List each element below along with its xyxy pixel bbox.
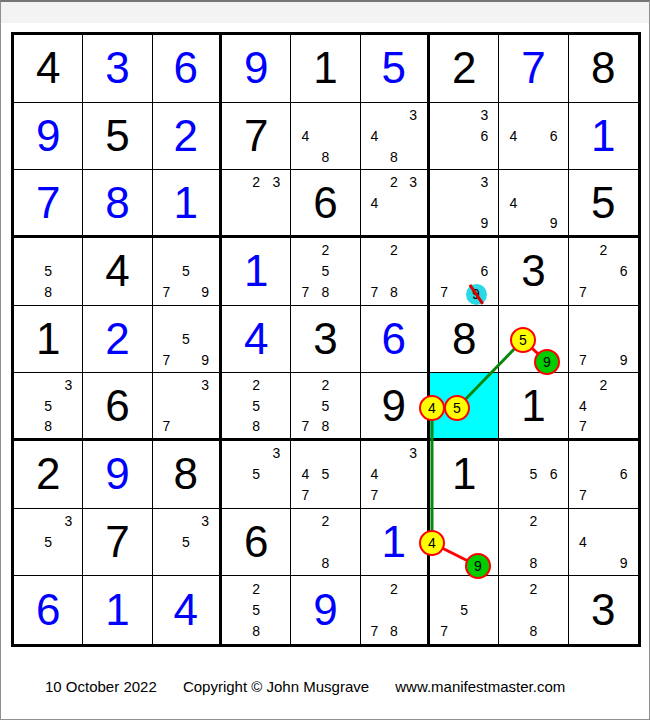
- candidate-empty-slot: [434, 416, 454, 436]
- candidate-empty-slot: [544, 600, 564, 621]
- cell-r1c2: 3: [83, 35, 152, 103]
- candidate-empty-slot: [18, 532, 38, 553]
- candidate-empty-slot: [523, 172, 543, 192]
- candidate-digit: 6: [614, 261, 634, 282]
- candidate-empty-slot: [593, 282, 613, 303]
- candidate-empty-slot: [454, 146, 474, 167]
- pencil-marks: 35: [222, 441, 290, 508]
- candidate-empty-slot: [593, 261, 613, 282]
- candidate-empty-slot: [246, 485, 266, 506]
- cell-r7c8: 56: [499, 441, 568, 509]
- candidate-empty-slot: [157, 240, 176, 261]
- candidate-empty-slot: [176, 349, 195, 370]
- candidate-digit: 4: [365, 193, 384, 213]
- candidate-digit: 7: [573, 416, 593, 436]
- cell-r5c8: [499, 306, 568, 374]
- candidate-empty-slot: [474, 375, 494, 395]
- candidate-empty-slot: [474, 193, 494, 213]
- pencil-marks: 35: [153, 509, 219, 576]
- solved-digit: 1: [174, 181, 198, 225]
- cell-r3c8: 49: [499, 170, 568, 238]
- candidate-digit: 2: [523, 578, 543, 599]
- cell-r3c2: 8: [83, 170, 152, 238]
- cell-r5c2: 2: [83, 306, 152, 374]
- pencil-marks: 358: [14, 373, 82, 438]
- candidate-empty-slot: [573, 308, 593, 329]
- given-digit: 1: [313, 46, 337, 90]
- candidate-empty-slot: [266, 375, 286, 395]
- candidate-empty-slot: [58, 261, 78, 282]
- candidate-empty-slot: [503, 621, 523, 642]
- cell-r4c4: 1: [222, 238, 291, 306]
- candidate-empty-slot: [474, 511, 494, 532]
- candidate-empty-slot: [295, 532, 315, 553]
- solved-digit: 9: [313, 588, 337, 632]
- candidate-empty-slot: [434, 172, 454, 192]
- candidate-digit: 3: [474, 172, 494, 192]
- candidate-empty-slot: [593, 511, 613, 532]
- cell-r4c3: 579: [153, 238, 222, 306]
- candidate-digit: 7: [157, 349, 176, 370]
- given-digit: 2: [452, 46, 476, 90]
- candidate-empty-slot: [336, 282, 356, 303]
- candidate-empty-slot: [336, 416, 356, 436]
- candidate-empty-slot: [176, 396, 195, 416]
- cell-r6c9: 247: [569, 373, 638, 441]
- candidate-digit: 4: [503, 126, 523, 147]
- pencil-marks: 46: [499, 103, 567, 170]
- pencil-marks: 67: [430, 238, 498, 305]
- pencil-marks: [499, 306, 567, 373]
- cell-r1c9: 8: [569, 35, 638, 103]
- pencil-marks: 79: [569, 306, 638, 373]
- candidate-digit: 4: [365, 126, 384, 147]
- candidate-empty-slot: [544, 308, 564, 329]
- solved-digit: 1: [105, 588, 129, 632]
- candidate-empty-slot: [226, 213, 246, 233]
- candidate-digit: 6: [474, 261, 494, 282]
- candidate-empty-slot: [157, 532, 176, 553]
- candidate-empty-slot: [196, 552, 215, 573]
- candidate-empty-slot: [384, 126, 403, 147]
- pencil-marks: [430, 373, 498, 438]
- candidate-digit: 2: [523, 511, 543, 532]
- candidate-digit: 2: [384, 240, 403, 261]
- cell-r6c8: 1: [499, 373, 568, 441]
- solved-digit: 1: [382, 520, 406, 564]
- candidate-empty-slot: [266, 416, 286, 436]
- candidate-digit: 3: [474, 105, 494, 126]
- candidate-empty-slot: [544, 511, 564, 532]
- candidate-empty-slot: [503, 213, 523, 233]
- candidate-digit: 4: [573, 396, 593, 416]
- candidate-empty-slot: [295, 240, 315, 261]
- candidate-empty-slot: [523, 126, 543, 147]
- candidate-empty-slot: [295, 396, 315, 416]
- pencil-marks: 36: [430, 103, 498, 170]
- candidate-empty-slot: [157, 308, 176, 329]
- candidate-digit: 3: [404, 105, 423, 126]
- candidate-digit: 2: [246, 375, 266, 395]
- candidate-digit: 5: [38, 532, 58, 553]
- pencil-marks: 267: [569, 238, 638, 305]
- candidate-empty-slot: [544, 329, 564, 350]
- given-digit: 3: [591, 588, 615, 632]
- candidate-empty-slot: [266, 578, 286, 599]
- cell-r3c4: 23: [222, 170, 291, 238]
- candidate-empty-slot: [434, 600, 454, 621]
- candidate-empty-slot: [503, 511, 523, 532]
- candidate-digit: 8: [523, 552, 543, 573]
- candidate-empty-slot: [246, 193, 266, 213]
- cell-r4c5: 2578: [291, 238, 360, 306]
- cell-r1c4: 9: [222, 35, 291, 103]
- footer-website: www.manifestmaster.com: [395, 678, 565, 695]
- cell-r3c3: 1: [153, 170, 222, 238]
- candidate-empty-slot: [593, 485, 613, 506]
- candidate-digit: 9: [196, 349, 215, 370]
- candidate-digit: 3: [266, 172, 286, 192]
- cell-r2c4: 7: [222, 103, 291, 171]
- candidate-digit: 8: [315, 146, 335, 167]
- candidate-empty-slot: [544, 349, 564, 370]
- candidate-digit: 8: [38, 416, 58, 436]
- pencil-marks: 234: [361, 170, 427, 235]
- given-digit: 6: [313, 181, 337, 225]
- candidate-empty-slot: [454, 282, 474, 303]
- candidate-empty-slot: [38, 240, 58, 261]
- candidate-digit: 8: [315, 416, 335, 436]
- candidate-empty-slot: [404, 485, 423, 506]
- candidate-digit: 2: [246, 172, 266, 192]
- candidate-empty-slot: [226, 600, 246, 621]
- candidate-empty-slot: [176, 511, 195, 532]
- candidate-empty-slot: [365, 443, 384, 464]
- solved-digit: 9: [36, 114, 60, 158]
- candidate-empty-slot: [226, 396, 246, 416]
- candidate-empty-slot: [336, 126, 356, 147]
- candidate-empty-slot: [18, 282, 38, 303]
- candidate-empty-slot: [614, 282, 634, 303]
- candidate-empty-slot: [404, 213, 423, 233]
- candidate-empty-slot: [474, 621, 494, 642]
- given-digit: 3: [313, 317, 337, 361]
- candidate-empty-slot: [434, 511, 454, 532]
- cell-r3c7: 39: [430, 170, 499, 238]
- candidate-empty-slot: [315, 485, 335, 506]
- solved-digit: 7: [36, 181, 60, 225]
- candidate-empty-slot: [454, 105, 474, 126]
- candidate-empty-slot: [226, 375, 246, 395]
- candidate-empty-slot: [58, 532, 78, 553]
- candidate-digit: 5: [523, 464, 543, 485]
- cell-r7c5: 457: [291, 441, 360, 509]
- candidate-digit: 8: [315, 282, 335, 303]
- candidate-empty-slot: [246, 443, 266, 464]
- candidate-empty-slot: [573, 240, 593, 261]
- candidate-empty-slot: [365, 578, 384, 599]
- candidate-empty-slot: [295, 146, 315, 167]
- pencil-marks: 48: [291, 103, 359, 170]
- candidate-empty-slot: [503, 600, 523, 621]
- candidate-empty-slot: [544, 621, 564, 642]
- candidate-digit: 3: [266, 443, 286, 464]
- candidate-empty-slot: [593, 349, 613, 370]
- cell-r5c1: 1: [14, 306, 83, 374]
- candidate-empty-slot: [434, 146, 454, 167]
- candidate-empty-slot: [593, 464, 613, 485]
- candidate-digit: 5: [38, 261, 58, 282]
- given-digit: 6: [105, 384, 129, 428]
- cell-r7c4: 35: [222, 441, 291, 509]
- given-digit: 1: [452, 452, 476, 496]
- cell-r5c9: 79: [569, 306, 638, 374]
- candidate-empty-slot: [365, 213, 384, 233]
- candidate-empty-slot: [523, 532, 543, 553]
- candidate-empty-slot: [18, 552, 38, 573]
- candidate-digit: 7: [295, 416, 315, 436]
- candidate-empty-slot: [434, 532, 454, 553]
- candidate-empty-slot: [503, 532, 523, 553]
- cell-r3c5: 6: [291, 170, 360, 238]
- given-digit: 7: [105, 520, 129, 564]
- candidate-empty-slot: [434, 126, 454, 147]
- candidate-empty-slot: [58, 552, 78, 573]
- candidate-empty-slot: [384, 193, 403, 213]
- candidate-empty-slot: [544, 146, 564, 167]
- candidate-empty-slot: [266, 396, 286, 416]
- candidate-digit: 4: [573, 532, 593, 553]
- candidate-empty-slot: [176, 416, 195, 436]
- cell-r7c2: 9: [83, 441, 152, 509]
- cell-r4c1: 58: [14, 238, 83, 306]
- cell-r9c1: 6: [14, 576, 83, 644]
- candidate-empty-slot: [474, 532, 494, 553]
- candidate-empty-slot: [18, 375, 38, 395]
- candidate-empty-slot: [503, 146, 523, 167]
- pencil-marks: 67: [569, 441, 638, 508]
- candidate-digit: 8: [38, 282, 58, 303]
- candidate-empty-slot: [226, 578, 246, 599]
- given-digit: 8: [591, 46, 615, 90]
- candidate-digit: 2: [315, 240, 335, 261]
- cell-r7c1: 2: [14, 441, 83, 509]
- candidate-empty-slot: [336, 105, 356, 126]
- candidate-empty-slot: [503, 349, 523, 370]
- candidate-empty-slot: [434, 261, 454, 282]
- candidate-empty-slot: [38, 511, 58, 532]
- candidate-empty-slot: [295, 443, 315, 464]
- cell-r6c3: 37: [153, 373, 222, 441]
- candidate-digit: 5: [246, 600, 266, 621]
- candidate-digit: 3: [196, 511, 215, 532]
- cell-r2c8: 46: [499, 103, 568, 171]
- solved-digit: 4: [244, 317, 268, 361]
- cell-r8c3: 35: [153, 509, 222, 577]
- candidate-empty-slot: [196, 240, 215, 261]
- candidate-digit: 9: [196, 282, 215, 303]
- candidate-empty-slot: [474, 396, 494, 416]
- pencil-marks: 49: [569, 509, 638, 576]
- candidate-empty-slot: [404, 146, 423, 167]
- candidate-digit: 5: [176, 261, 195, 282]
- candidate-digit: 2: [593, 240, 613, 261]
- cell-r8c6: 1: [361, 509, 430, 577]
- cell-r9c4: 258: [222, 576, 291, 644]
- candidate-empty-slot: [614, 443, 634, 464]
- pencil-marks: 258: [222, 373, 290, 438]
- candidate-empty-slot: [503, 578, 523, 599]
- candidate-empty-slot: [196, 532, 215, 553]
- candidate-empty-slot: [544, 172, 564, 192]
- footer-date: 10 October 2022: [45, 678, 157, 695]
- given-digit: 6: [244, 520, 268, 564]
- candidate-empty-slot: [544, 443, 564, 464]
- given-digit: 4: [105, 249, 129, 293]
- candidate-empty-slot: [523, 213, 543, 233]
- candidate-empty-slot: [336, 261, 356, 282]
- candidate-empty-slot: [336, 240, 356, 261]
- candidate-digit: 2: [246, 578, 266, 599]
- cell-r5c4: 4: [222, 306, 291, 374]
- sudoku-page: 4369152789527483483646178123623439495584…: [0, 0, 650, 720]
- candidate-empty-slot: [196, 261, 215, 282]
- candidate-empty-slot: [404, 578, 423, 599]
- cell-r5c3: 579: [153, 306, 222, 374]
- pencil-marks: 28: [499, 509, 567, 576]
- candidate-empty-slot: [404, 600, 423, 621]
- candidate-empty-slot: [434, 213, 454, 233]
- candidate-empty-slot: [614, 329, 634, 350]
- solved-digit: 6: [174, 46, 198, 90]
- candidate-empty-slot: [523, 600, 543, 621]
- candidate-empty-slot: [614, 308, 634, 329]
- pencil-marks: 35: [14, 509, 82, 576]
- candidate-empty-slot: [474, 146, 494, 167]
- candidate-empty-slot: [544, 105, 564, 126]
- candidate-empty-slot: [573, 552, 593, 573]
- pencil-marks: 56: [499, 441, 567, 508]
- candidate-digit: 8: [384, 621, 403, 642]
- candidate-digit: 9: [474, 213, 494, 233]
- cell-r9c7: 57: [430, 576, 499, 644]
- candidate-empty-slot: [18, 396, 38, 416]
- candidate-digit: 6: [474, 126, 494, 147]
- candidate-empty-slot: [384, 464, 403, 485]
- pencil-marks: 39: [430, 170, 498, 235]
- candidate-empty-slot: [434, 578, 454, 599]
- candidate-empty-slot: [593, 532, 613, 553]
- candidate-empty-slot: [176, 308, 195, 329]
- candidate-empty-slot: [226, 172, 246, 192]
- cell-r6c7: [430, 373, 499, 441]
- candidate-empty-slot: [176, 282, 195, 303]
- candidate-empty-slot: [454, 172, 474, 192]
- pencil-marks: [430, 509, 498, 576]
- candidate-empty-slot: [593, 308, 613, 329]
- pencil-marks: 28: [499, 576, 567, 644]
- candidate-empty-slot: [315, 105, 335, 126]
- candidate-digit: 5: [454, 600, 474, 621]
- cell-r1c8: 7: [499, 35, 568, 103]
- candidate-empty-slot: [454, 213, 474, 233]
- candidate-empty-slot: [384, 105, 403, 126]
- candidate-digit: 7: [295, 485, 315, 506]
- candidate-empty-slot: [365, 240, 384, 261]
- candidate-digit: 9: [544, 213, 564, 233]
- cell-r9c9: 3: [569, 576, 638, 644]
- cell-r1c5: 1: [291, 35, 360, 103]
- candidate-digit: 7: [434, 282, 454, 303]
- candidate-empty-slot: [523, 485, 543, 506]
- solved-digit: 2: [174, 114, 198, 158]
- candidate-digit: 8: [384, 146, 403, 167]
- candidate-digit: 7: [365, 621, 384, 642]
- pencil-marks: 247: [569, 373, 638, 438]
- cell-r6c5: 2578: [291, 373, 360, 441]
- candidate-empty-slot: [614, 240, 634, 261]
- candidate-empty-slot: [404, 240, 423, 261]
- candidate-digit: 3: [196, 375, 215, 395]
- candidate-empty-slot: [58, 416, 78, 436]
- solved-digit: 8: [105, 181, 129, 225]
- candidate-empty-slot: [503, 172, 523, 192]
- candidate-empty-slot: [593, 416, 613, 436]
- cell-r2c5: 48: [291, 103, 360, 171]
- candidate-empty-slot: [266, 193, 286, 213]
- candidate-empty-slot: [573, 261, 593, 282]
- candidate-empty-slot: [573, 511, 593, 532]
- candidate-empty-slot: [157, 329, 176, 350]
- candidate-empty-slot: [315, 126, 335, 147]
- candidate-empty-slot: [434, 375, 454, 395]
- cell-r5c6: 6: [361, 306, 430, 374]
- pencil-marks: 23: [222, 170, 290, 235]
- candidate-digit: 4: [295, 464, 315, 485]
- candidate-empty-slot: [336, 146, 356, 167]
- given-digit: 1: [36, 317, 60, 361]
- cell-r9c6: 278: [361, 576, 430, 644]
- candidate-empty-slot: [266, 621, 286, 642]
- candidate-empty-slot: [336, 552, 356, 573]
- candidate-empty-slot: [474, 552, 494, 573]
- pencil-marks: 457: [291, 441, 359, 508]
- cell-r8c5: 28: [291, 509, 360, 577]
- candidate-empty-slot: [226, 443, 246, 464]
- cell-r9c3: 4: [153, 576, 222, 644]
- candidate-empty-slot: [523, 308, 543, 329]
- candidate-empty-slot: [503, 464, 523, 485]
- given-digit: 3: [521, 249, 545, 293]
- cell-r9c8: 28: [499, 576, 568, 644]
- candidate-empty-slot: [434, 552, 454, 573]
- cell-r8c2: 7: [83, 509, 152, 577]
- candidate-digit: 7: [295, 282, 315, 303]
- candidate-empty-slot: [336, 511, 356, 532]
- candidate-digit: 7: [157, 282, 176, 303]
- cell-r8c1: 35: [14, 509, 83, 577]
- candidate-digit: 7: [573, 349, 593, 370]
- cell-r2c9: 1: [569, 103, 638, 171]
- given-digit: 2: [36, 452, 60, 496]
- candidate-empty-slot: [573, 464, 593, 485]
- cell-r4c8: 3: [499, 238, 568, 306]
- candidate-empty-slot: [614, 485, 634, 506]
- candidate-digit: 7: [573, 485, 593, 506]
- candidate-empty-slot: [454, 511, 474, 532]
- candidate-empty-slot: [18, 416, 38, 436]
- candidate-empty-slot: [176, 375, 195, 395]
